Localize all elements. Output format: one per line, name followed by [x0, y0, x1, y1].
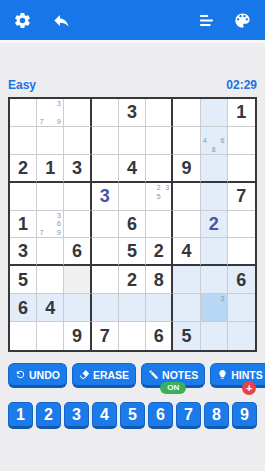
cell-r6c8[interactable]: [201, 238, 228, 266]
cell-r8c2[interactable]: 4: [37, 294, 64, 322]
notes-button[interactable]: NOTES ON: [141, 363, 205, 388]
toolbar: UNDO ERASE NOTES ON HINTS +: [8, 363, 257, 388]
numpad-key-4[interactable]: 4: [92, 402, 117, 429]
settings-icon[interactable]: [13, 11, 32, 30]
hints-label: HINTS: [231, 369, 263, 381]
hints-plus-badge: +: [242, 381, 256, 395]
numpad-key-1[interactable]: 1: [8, 402, 33, 429]
cell-value: 2: [127, 271, 137, 289]
top-bar: [0, 0, 265, 40]
cell-r9c2[interactable]: [37, 322, 64, 350]
cell-value: 5: [181, 327, 191, 345]
cell-r8c4[interactable]: [92, 294, 119, 322]
timer: 02:29: [226, 78, 257, 92]
pencil-notes: 235: [146, 183, 171, 210]
cell-r9c4[interactable]: 7: [92, 322, 119, 350]
cell-r4c9[interactable]: 7: [228, 183, 255, 211]
cell-r8c8[interactable]: 3: [201, 294, 228, 322]
cell-value: 6: [72, 242, 82, 260]
cell-r2c4[interactable]: [92, 127, 119, 155]
cell-r3c6[interactable]: [146, 155, 173, 183]
game-status-bar: Easy 02:29: [8, 78, 257, 92]
cell-r3c3[interactable]: 3: [64, 155, 91, 183]
cell-r2c3[interactable]: [64, 127, 91, 155]
cell-r6c2[interactable]: [37, 238, 64, 266]
cell-r1c3[interactable]: [64, 99, 91, 127]
cell-value: 3: [72, 159, 82, 177]
cell-r2c2[interactable]: [37, 127, 64, 155]
undo-button[interactable]: UNDO: [8, 363, 67, 388]
cell-r3c8[interactable]: [201, 155, 228, 183]
cell-value: 3: [100, 187, 110, 205]
cell-r4c2[interactable]: [37, 183, 64, 211]
cell-value: 3: [127, 103, 137, 121]
cell-r6c4[interactable]: [92, 238, 119, 266]
numpad-key-3[interactable]: 3: [64, 402, 89, 429]
cell-r1c8[interactable]: [201, 99, 228, 127]
numpad-key-7[interactable]: 7: [176, 402, 201, 429]
cell-value: 6: [236, 271, 246, 289]
cell-r5c2[interactable]: 3679: [37, 211, 64, 239]
cell-value: 6: [127, 215, 137, 233]
cell-r1c7[interactable]: [173, 99, 200, 127]
cell-r7c7[interactable]: [173, 266, 200, 294]
cell-r6c5[interactable]: 5: [119, 238, 146, 266]
cell-r6c9[interactable]: [228, 238, 255, 266]
cell-r8c7[interactable]: [173, 294, 200, 322]
erase-label: ERASE: [93, 369, 129, 381]
numpad-key-2[interactable]: 2: [36, 402, 61, 429]
cell-value: 9: [181, 159, 191, 177]
difficulty-label: Easy: [8, 78, 36, 92]
cell-r1c6[interactable]: [146, 99, 173, 127]
pencil-notes: 3679: [37, 211, 63, 238]
cell-r1c4[interactable]: [92, 99, 119, 127]
cell-r2c5[interactable]: [119, 127, 146, 155]
cell-r7c1[interactable]: 5: [10, 266, 37, 294]
cell-r4c4[interactable]: 3: [92, 183, 119, 211]
cell-r5c1[interactable]: 1: [10, 211, 37, 239]
cell-r8c9[interactable]: [228, 294, 255, 322]
cell-value: 6: [154, 327, 164, 345]
cell-value: 3: [18, 242, 28, 260]
cell-r4c1[interactable]: [10, 183, 37, 211]
cell-r6c6[interactable]: 2: [146, 238, 173, 266]
cell-r5c8[interactable]: 2: [201, 211, 228, 239]
cell-value: 8: [154, 271, 164, 289]
cell-value: 1: [18, 215, 28, 233]
cell-r8c6[interactable]: [146, 294, 173, 322]
cell-r5c6[interactable]: [146, 211, 173, 239]
cell-r5c3[interactable]: [64, 211, 91, 239]
cell-r7c8[interactable]: [201, 266, 228, 294]
cell-r2c7[interactable]: [173, 127, 200, 155]
sudoku-board: 3793146821349323571367962365245286643976…: [8, 97, 257, 352]
cell-r7c3[interactable]: [64, 266, 91, 294]
cell-r3c9[interactable]: [228, 155, 255, 183]
cell-value: 5: [127, 242, 137, 260]
numpad-key-6[interactable]: 6: [148, 402, 173, 429]
cell-r6c3[interactable]: 6: [64, 238, 91, 266]
eraser-icon: [79, 369, 90, 380]
cell-value: 1: [45, 159, 55, 177]
cell-r3c7[interactable]: 9: [173, 155, 200, 183]
cell-r9c3[interactable]: 9: [64, 322, 91, 350]
cell-r7c4[interactable]: [92, 266, 119, 294]
undo-label: UNDO: [29, 369, 60, 381]
topbar-shadow: [0, 40, 265, 43]
cell-value: 2: [209, 215, 219, 233]
palette-icon[interactable]: [233, 11, 252, 30]
cell-value: 2: [154, 242, 164, 260]
cell-value: 5: [18, 271, 28, 289]
cell-r8c1[interactable]: 6: [10, 294, 37, 322]
app-window: Easy 02:29 37931468213493235713679623652…: [0, 0, 265, 471]
cell-r6c1[interactable]: 3: [10, 238, 37, 266]
cell-value: 1: [236, 103, 246, 121]
cell-r4c6[interactable]: 235: [146, 183, 173, 211]
pencil-notes: 3: [201, 294, 227, 321]
cell-value: 4: [127, 159, 137, 177]
lightbulb-icon: [217, 369, 228, 380]
cell-r2c9[interactable]: [228, 127, 255, 155]
pencil-notes: 468: [201, 127, 227, 154]
cell-r9c1[interactable]: [10, 322, 37, 350]
cell-value: 4: [45, 299, 55, 317]
number-pad: 123456789: [8, 402, 257, 429]
cell-r9c8[interactable]: [201, 322, 228, 350]
cell-r9c5[interactable]: [119, 322, 146, 350]
numpad-key-5[interactable]: 5: [120, 402, 145, 429]
cell-r9c6[interactable]: 6: [146, 322, 173, 350]
cell-r1c9[interactable]: 1: [228, 99, 255, 127]
cell-r2c8[interactable]: 468: [201, 127, 228, 155]
cell-value: 7: [100, 327, 110, 345]
cell-r3c2[interactable]: 1: [37, 155, 64, 183]
cell-r3c4[interactable]: [92, 155, 119, 183]
cell-r7c6[interactable]: 8: [146, 266, 173, 294]
hints-button[interactable]: HINTS +: [210, 363, 265, 388]
cell-r1c1[interactable]: [10, 99, 37, 127]
cell-r8c5[interactable]: [119, 294, 146, 322]
cell-value: 6: [18, 299, 28, 317]
cell-value: 9: [72, 327, 82, 345]
cell-r3c1[interactable]: 2: [10, 155, 37, 183]
cell-r8c3[interactable]: [64, 294, 91, 322]
cell-r1c5[interactable]: 3: [119, 99, 146, 127]
cell-r7c2[interactable]: [37, 266, 64, 294]
cell-r7c5[interactable]: 2: [119, 266, 146, 294]
cell-r1c2[interactable]: 379: [37, 99, 64, 127]
cell-r9c9[interactable]: [228, 322, 255, 350]
cell-value: 7: [236, 187, 246, 205]
cell-r2c6[interactable]: [146, 127, 173, 155]
numpad-key-9[interactable]: 9: [232, 402, 257, 429]
cell-r9c7[interactable]: 5: [173, 322, 200, 350]
cell-r4c8[interactable]: [201, 183, 228, 211]
notes-on-badge: ON: [160, 382, 186, 394]
erase-button[interactable]: ERASE: [72, 363, 136, 388]
cell-value: 2: [18, 159, 28, 177]
cell-r5c5[interactable]: 6: [119, 211, 146, 239]
back-arrow-icon[interactable]: [52, 11, 71, 30]
cell-r7c9[interactable]: 6: [228, 266, 255, 294]
cell-r4c7[interactable]: [173, 183, 200, 211]
pen-icon: [148, 369, 159, 380]
numpad-key-8[interactable]: 8: [204, 402, 229, 429]
notes-label: NOTES: [162, 369, 198, 381]
cell-value: 4: [181, 242, 191, 260]
cell-r6c7[interactable]: 4: [173, 238, 200, 266]
pencil-notes: 379: [37, 99, 63, 126]
list-icon[interactable]: [197, 11, 216, 30]
cell-r4c3[interactable]: [64, 183, 91, 211]
cell-r4c5[interactable]: [119, 183, 146, 211]
cell-r5c4[interactable]: [92, 211, 119, 239]
undo-icon: [15, 369, 26, 380]
cell-r5c7[interactable]: [173, 211, 200, 239]
cell-r5c9[interactable]: [228, 211, 255, 239]
cell-r2c1[interactable]: [10, 127, 37, 155]
cell-r3c5[interactable]: 4: [119, 155, 146, 183]
